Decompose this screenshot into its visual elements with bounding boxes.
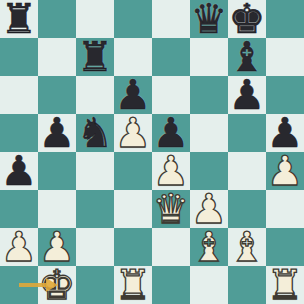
square-f7[interactable] — [190, 38, 228, 76]
piece-white-queen[interactable]: ♛ — [153, 190, 190, 228]
square-d3[interactable] — [114, 190, 152, 228]
square-c7[interactable]: ♜ — [76, 38, 114, 76]
square-f1[interactable] — [190, 266, 228, 304]
square-a8[interactable]: ♜ — [0, 0, 38, 38]
piece-white-pawn[interactable]: ♟ — [1, 228, 38, 266]
square-a1[interactable] — [0, 266, 38, 304]
piece-white-rook[interactable]: ♜ — [267, 266, 304, 304]
square-e2[interactable] — [152, 228, 190, 266]
chess-board-container: ♜♛♚♜♝♟♟♟♞♟♟♟♟♟♟♛♟♟♟♝♝♚♜♜ — [0, 0, 304, 304]
square-b7[interactable] — [38, 38, 76, 76]
square-b1[interactable]: ♚ — [38, 266, 76, 304]
piece-black-pawn[interactable]: ♟ — [1, 152, 38, 190]
square-f5[interactable] — [190, 114, 228, 152]
square-g4[interactable] — [228, 152, 266, 190]
square-c4[interactable] — [76, 152, 114, 190]
piece-white-bishop[interactable]: ♝ — [229, 228, 266, 266]
piece-black-pawn[interactable]: ♟ — [39, 114, 76, 152]
square-h1[interactable]: ♜ — [266, 266, 304, 304]
square-f6[interactable] — [190, 76, 228, 114]
square-d8[interactable] — [114, 0, 152, 38]
square-d5[interactable]: ♟ — [114, 114, 152, 152]
square-g2[interactable]: ♝ — [228, 228, 266, 266]
square-e3[interactable]: ♛ — [152, 190, 190, 228]
square-d1[interactable]: ♜ — [114, 266, 152, 304]
square-e1[interactable] — [152, 266, 190, 304]
piece-black-rook[interactable]: ♜ — [1, 0, 38, 38]
piece-black-rook[interactable]: ♜ — [77, 38, 114, 76]
square-b8[interactable] — [38, 0, 76, 38]
square-h8[interactable] — [266, 0, 304, 38]
square-h7[interactable] — [266, 38, 304, 76]
square-g1[interactable] — [228, 266, 266, 304]
square-g6[interactable]: ♟ — [228, 76, 266, 114]
square-f8[interactable]: ♛ — [190, 0, 228, 38]
square-a7[interactable] — [0, 38, 38, 76]
square-c1[interactable] — [76, 266, 114, 304]
square-c3[interactable] — [76, 190, 114, 228]
piece-white-king[interactable]: ♚ — [39, 266, 76, 304]
chess-board: ♜♛♚♜♝♟♟♟♞♟♟♟♟♟♟♛♟♟♟♝♝♚♜♜ — [0, 0, 304, 304]
square-b4[interactable] — [38, 152, 76, 190]
piece-black-pawn[interactable]: ♟ — [229, 76, 266, 114]
square-e8[interactable] — [152, 0, 190, 38]
piece-black-knight[interactable]: ♞ — [77, 114, 114, 152]
piece-white-bishop[interactable]: ♝ — [191, 228, 228, 266]
square-h3[interactable] — [266, 190, 304, 228]
square-a2[interactable]: ♟ — [0, 228, 38, 266]
square-a6[interactable] — [0, 76, 38, 114]
square-g5[interactable] — [228, 114, 266, 152]
square-b5[interactable]: ♟ — [38, 114, 76, 152]
square-c2[interactable] — [76, 228, 114, 266]
piece-white-pawn[interactable]: ♟ — [267, 152, 304, 190]
square-d4[interactable] — [114, 152, 152, 190]
square-h4[interactable]: ♟ — [266, 152, 304, 190]
square-f2[interactable]: ♝ — [190, 228, 228, 266]
piece-white-rook[interactable]: ♜ — [115, 266, 152, 304]
piece-black-queen[interactable]: ♛ — [191, 0, 228, 38]
square-e7[interactable] — [152, 38, 190, 76]
piece-white-pawn[interactable]: ♟ — [115, 114, 152, 152]
square-a4[interactable]: ♟ — [0, 152, 38, 190]
square-c5[interactable]: ♞ — [76, 114, 114, 152]
